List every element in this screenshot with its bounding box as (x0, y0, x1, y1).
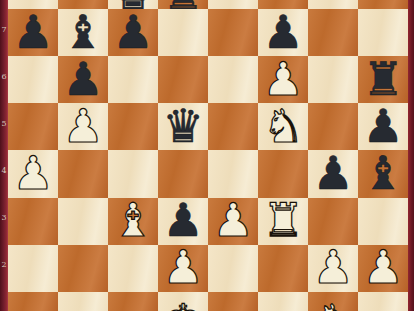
square-e2[interactable] (208, 245, 258, 292)
piece-white-knight-f5: ♞ (262, 103, 303, 149)
square-c5[interactable] (108, 103, 158, 150)
square-e3[interactable]: ♟ (208, 198, 258, 245)
rank-label-2: 2 (0, 260, 8, 270)
square-b5[interactable]: ♟ (58, 103, 108, 150)
piece-black-bishop-h4: ♝ (362, 150, 403, 196)
square-a7[interactable]: ♟ (8, 9, 58, 56)
square-f2[interactable] (258, 245, 308, 292)
square-d4[interactable] (158, 150, 208, 197)
square-b7[interactable]: ♝ (58, 9, 108, 56)
square-h7[interactable] (358, 9, 408, 56)
square-f1[interactable] (258, 292, 308, 311)
square-f4[interactable] (258, 150, 308, 197)
piece-white-king-d1: ♚ (162, 298, 203, 311)
square-c2[interactable] (108, 245, 158, 292)
square-c3[interactable]: ♝ (108, 198, 158, 245)
piece-black-bishop-b7: ♝ (62, 9, 103, 55)
piece-black-rook-d8: ♜ (162, 0, 203, 9)
piece-black-pawn-c7: ♟ (112, 9, 153, 55)
square-a1[interactable] (8, 292, 58, 311)
square-e6[interactable] (208, 56, 258, 103)
square-g5[interactable] (308, 103, 358, 150)
square-f7[interactable]: ♟ (258, 9, 308, 56)
square-c7[interactable]: ♟ (108, 9, 158, 56)
square-e7[interactable] (208, 9, 258, 56)
piece-white-pawn-a4: ♟ (12, 150, 53, 196)
square-g8[interactable] (308, 0, 358, 9)
square-g3[interactable] (308, 198, 358, 245)
square-e1[interactable] (208, 292, 258, 311)
square-e4[interactable] (208, 150, 258, 197)
square-a2[interactable] (8, 245, 58, 292)
square-c6[interactable] (108, 56, 158, 103)
piece-white-pawn-f6: ♟ (262, 56, 303, 102)
piece-black-pawn-h5: ♟ (362, 103, 403, 149)
square-a6[interactable] (8, 56, 58, 103)
square-c8[interactable]: ♚ (108, 0, 158, 9)
square-h8[interactable] (358, 0, 408, 9)
piece-white-rook-f3: ♜ (262, 198, 303, 244)
square-d7[interactable] (158, 9, 208, 56)
square-a3[interactable] (8, 198, 58, 245)
piece-black-pawn-g4: ♟ (312, 150, 353, 196)
square-c4[interactable] (108, 150, 158, 197)
square-h4[interactable]: ♝ (358, 150, 408, 197)
square-f8[interactable] (258, 0, 308, 9)
square-d8[interactable]: ♜ (158, 0, 208, 9)
square-d2[interactable]: ♟ (158, 245, 208, 292)
square-b1[interactable] (58, 292, 108, 311)
square-f6[interactable]: ♟ (258, 56, 308, 103)
square-b4[interactable] (58, 150, 108, 197)
piece-white-pawn-g2: ♟ (312, 245, 353, 291)
rank-label-4: 4 (0, 166, 8, 176)
square-g4[interactable]: ♟ (308, 150, 358, 197)
square-g6[interactable] (308, 56, 358, 103)
piece-black-pawn-f7: ♟ (262, 9, 303, 55)
square-h3[interactable] (358, 198, 408, 245)
square-a4[interactable]: ♟ (8, 150, 58, 197)
square-b6[interactable]: ♟ (58, 56, 108, 103)
piece-black-queen-d5: ♛ (162, 103, 203, 149)
square-a5[interactable] (8, 103, 58, 150)
chess-diagram: ♚♜♟♝♟♟♟♟♜♟♛♞♟♟♟♝♝♟♟♜♟♟♟♚♞ 765432 (0, 0, 414, 311)
square-b8[interactable] (58, 0, 108, 9)
square-h2[interactable]: ♟ (358, 245, 408, 292)
square-e5[interactable] (208, 103, 258, 150)
square-h1[interactable] (358, 292, 408, 311)
square-d1[interactable]: ♚ (158, 292, 208, 311)
piece-black-rook-h6: ♜ (362, 56, 403, 102)
piece-black-pawn-b6: ♟ (62, 56, 103, 102)
rank-label-3: 3 (0, 213, 8, 223)
piece-black-king-c8: ♚ (112, 0, 153, 9)
square-f5[interactable]: ♞ (258, 103, 308, 150)
chess-board: ♚♜♟♝♟♟♟♟♜♟♛♞♟♟♟♝♝♟♟♜♟♟♟♚♞ (8, 0, 408, 311)
square-f3[interactable]: ♜ (258, 198, 308, 245)
board-border-right (408, 0, 414, 311)
square-g1[interactable]: ♞ (308, 292, 358, 311)
piece-black-pawn-a7: ♟ (12, 9, 53, 55)
square-a8[interactable] (8, 0, 58, 9)
rank-label-7: 7 (0, 25, 8, 35)
piece-white-pawn-e3: ♟ (212, 198, 253, 244)
square-d5[interactable]: ♛ (158, 103, 208, 150)
square-g2[interactable]: ♟ (308, 245, 358, 292)
square-c1[interactable] (108, 292, 158, 311)
piece-white-bishop-c3: ♝ (112, 198, 153, 244)
square-g7[interactable] (308, 9, 358, 56)
rank-label-5: 5 (0, 119, 8, 129)
square-b3[interactable] (58, 198, 108, 245)
square-d3[interactable]: ♟ (158, 198, 208, 245)
square-d6[interactable] (158, 56, 208, 103)
piece-white-pawn-b5: ♟ (62, 103, 103, 149)
square-b2[interactable] (58, 245, 108, 292)
square-e8[interactable] (208, 0, 258, 9)
rank-label-6: 6 (0, 72, 8, 82)
piece-white-knight-g1: ♞ (312, 298, 353, 311)
square-h5[interactable]: ♟ (358, 103, 408, 150)
piece-black-pawn-d3: ♟ (162, 198, 203, 244)
piece-white-pawn-d2: ♟ (162, 245, 203, 291)
square-h6[interactable]: ♜ (358, 56, 408, 103)
piece-white-pawn-h2: ♟ (362, 245, 403, 291)
